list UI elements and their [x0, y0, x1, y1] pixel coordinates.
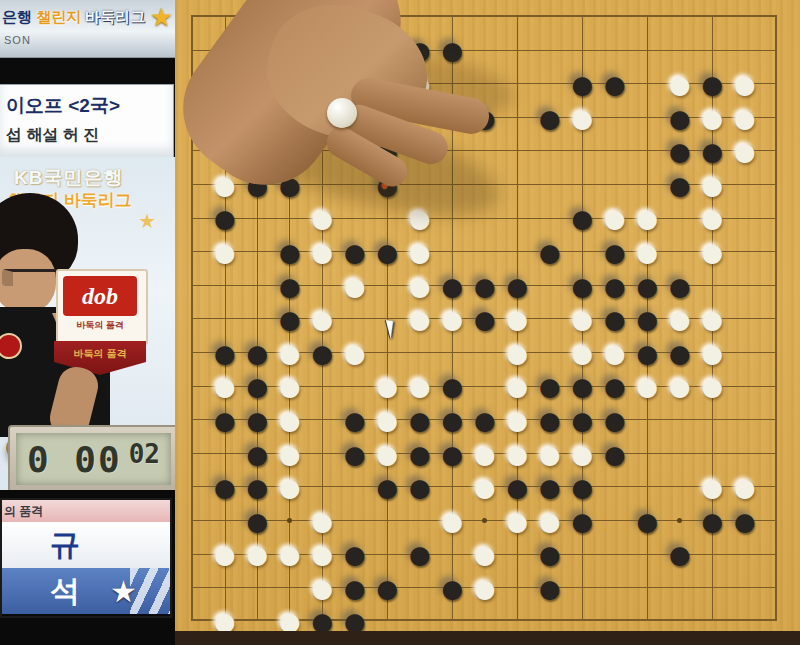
white-stone: ●: [471, 566, 498, 610]
black-stone: ●: [569, 196, 596, 240]
player1-row: 규: [2, 522, 170, 568]
intersection-17-16[interactable]: ●: [696, 504, 729, 538]
intersection-6-11[interactable]: ●: [339, 336, 372, 370]
white-stone: ●: [439, 499, 466, 543]
white-stone: ●: [569, 96, 596, 140]
intersection-7-8[interactable]: ●: [371, 235, 404, 269]
backdrop-sponsor-text: KB국민은행: [14, 165, 123, 191]
intersection-16-6[interactable]: ●: [664, 168, 697, 202]
white-stone: ●: [309, 230, 336, 274]
intersection-8-15[interactable]: ●: [404, 470, 437, 504]
intersection-10-15[interactable]: ●: [469, 470, 502, 504]
match-casters: 섭 해설 허 진: [6, 125, 99, 146]
intersection-7-15[interactable]: ●: [371, 470, 404, 504]
scorebug: 의 품격 규 석 ★: [0, 490, 175, 645]
black-stone: ●: [471, 297, 498, 341]
white-stone: ●: [211, 532, 238, 576]
intersection-4-17[interactable]: ●: [274, 538, 307, 572]
intersection-4-15[interactable]: ●: [274, 470, 307, 504]
intersection-7-18[interactable]: ●: [371, 571, 404, 605]
player2-row: 석 ★: [2, 568, 170, 614]
black-stone: ●: [536, 230, 563, 274]
intersection-14-14[interactable]: ●: [599, 437, 632, 471]
black-stone: ●: [634, 499, 661, 543]
intersection-10-10[interactable]: ●: [469, 302, 502, 336]
scorebug-stripes: [130, 568, 170, 614]
intersection-8-17[interactable]: ●: [404, 538, 437, 572]
black-stone: ●: [601, 62, 628, 106]
black-stone: ●: [536, 566, 563, 610]
table-edge: [175, 631, 800, 645]
black-stone: ●: [406, 532, 433, 576]
intersection-5-8[interactable]: ●: [306, 235, 339, 269]
intersection-6-9[interactable]: ●: [339, 269, 372, 303]
white-stone: ●: [439, 297, 466, 341]
scorebug-strip-text: 의 품격: [4, 503, 43, 520]
ribbon-text: 바둑의 품격: [74, 347, 127, 361]
game-clock[interactable]: 0 00 02: [8, 425, 175, 490]
intersection-2-8[interactable]: ●: [209, 235, 242, 269]
sponsor-logo-frame: dob 바둑의 품격: [56, 269, 148, 345]
intersection-8-10[interactable]: ●: [404, 302, 437, 336]
white-stone: ●: [244, 532, 271, 576]
dob-logo-caption: 바둑의 품격: [58, 319, 142, 332]
intersection-17-8[interactable]: ●: [696, 235, 729, 269]
white-stone: ●: [731, 129, 758, 173]
intersection-16-17[interactable]: ●: [664, 538, 697, 572]
black-stone: ●: [211, 465, 238, 509]
scorebug-card: 의 품격 규 석 ★: [0, 498, 172, 618]
black-stone: ●: [439, 566, 466, 610]
white-stone: ●: [471, 465, 498, 509]
black-stone: ●: [666, 532, 693, 576]
black-stone: ●: [374, 465, 401, 509]
intersection-14-3[interactable]: ●: [599, 67, 632, 101]
dob-logo: dob: [63, 276, 137, 316]
intersection-3-17[interactable]: ●: [241, 538, 274, 572]
star-icon: ★: [150, 2, 173, 33]
season-label: SON: [4, 34, 31, 46]
black-stone: ●: [211, 398, 238, 442]
black-stone: ●: [439, 432, 466, 476]
league-title: 은행 챌린지 바둑리그: [2, 8, 145, 27]
black-stone: ●: [536, 96, 563, 140]
intersection-18-16[interactable]: ●: [729, 504, 762, 538]
intersection-13-7[interactable]: ●: [566, 202, 599, 236]
black-stone: ●: [341, 432, 368, 476]
go-board[interactable]: ●●●●●●●●●●●●●●●●●●●●●●●●●●●●●●✔●●●●●●●●●…: [175, 0, 800, 645]
black-stone: ●: [666, 163, 693, 207]
league-title-league: 바둑리그: [85, 8, 145, 25]
dob-logo-text: dob: [82, 283, 118, 310]
black-stone: ●: [601, 432, 628, 476]
intersection-11-16[interactable]: ●: [501, 504, 534, 538]
black-stone: ●: [569, 499, 596, 543]
intersection-5-11[interactable]: ●: [306, 336, 339, 370]
white-stone: ●: [276, 465, 303, 509]
player1-name: 규: [50, 525, 80, 566]
intersection-2-17[interactable]: ●: [209, 538, 242, 572]
match-info-card: 이오프 <2국> 섭 해설 허 진: [0, 84, 174, 158]
black-stone: ●: [406, 465, 433, 509]
held-white-stone: [327, 98, 357, 128]
black-stone: ●: [731, 499, 758, 543]
white-stone: ●: [504, 499, 531, 543]
intersection-17-12[interactable]: ●: [696, 370, 729, 404]
intersection-16-12[interactable]: ●: [664, 370, 697, 404]
league-banner: 은행 챌린지 바둑리그 ★ SON: [0, 0, 175, 58]
backdrop-star-icon: ★: [138, 209, 156, 233]
intersection-13-4[interactable]: ●: [566, 101, 599, 135]
white-stone: ●: [406, 297, 433, 341]
league-title-challenge: 챌린지: [36, 8, 81, 25]
intersection-12-8[interactable]: ●: [534, 235, 567, 269]
player2-name: 석: [50, 571, 80, 612]
intersection-13-16[interactable]: ●: [566, 504, 599, 538]
white-stone: ●: [666, 364, 693, 408]
white-stone: ●: [341, 264, 368, 308]
intersection-15-12[interactable]: ●: [631, 370, 664, 404]
white-stone: ●: [699, 364, 726, 408]
intersection-6-14[interactable]: ●: [339, 437, 372, 471]
intersection-15-16[interactable]: ●: [631, 504, 664, 538]
black-stone: ●: [374, 566, 401, 610]
intersection-9-18[interactable]: ●: [436, 571, 469, 605]
white-stone: ●: [699, 230, 726, 274]
white-stone: ●: [276, 532, 303, 576]
intersection-9-10[interactable]: ●: [436, 302, 469, 336]
clock-main-time: 0 00: [27, 439, 122, 480]
intersection-18-5[interactable]: ●: [729, 134, 762, 168]
match-title: 이오프 <2국>: [6, 93, 120, 119]
intersection-9-16[interactable]: ●: [436, 504, 469, 538]
black-stone: ●: [309, 331, 336, 375]
league-title-bank: 은행: [2, 8, 32, 25]
black-stone: ●: [374, 230, 401, 274]
intersection-12-18[interactable]: ●: [534, 571, 567, 605]
clock-lcd-screen: 0 00 02: [16, 433, 171, 485]
intersection-10-18[interactable]: ●: [469, 571, 502, 605]
white-stone: ●: [341, 331, 368, 375]
studio-video-feed: KB국민은행 챌린지 바둑리그 ★ dob 바둑의 품격 바둑의 품격: [0, 157, 175, 490]
clock-byoyomi: 02: [129, 439, 160, 469]
black-stone: ●: [699, 499, 726, 543]
intersection-12-4[interactable]: ●: [534, 101, 567, 135]
scorebug-top-strip: 의 품격: [2, 500, 170, 522]
broadcast-panel: 은행 챌린지 바둑리그 ★ SON 이오프 <2국> 섭 해설 허 진 KB국민…: [0, 0, 175, 645]
white-stone: ●: [211, 230, 238, 274]
white-stone: ●: [634, 364, 661, 408]
intersection-9-14[interactable]: ●: [436, 437, 469, 471]
intersection-2-13[interactable]: ●: [209, 403, 242, 437]
intersection-2-15[interactable]: ●: [209, 470, 242, 504]
